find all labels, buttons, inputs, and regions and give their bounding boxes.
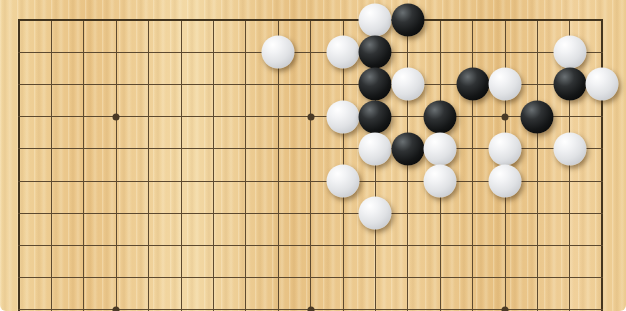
white-stone[interactable]	[424, 165, 457, 198]
grid-line-vertical	[116, 19, 117, 311]
white-stone[interactable]	[359, 4, 392, 37]
grid-line-vertical	[472, 19, 473, 311]
grid-line-vertical	[18, 19, 20, 311]
white-stone[interactable]	[327, 100, 360, 133]
grid-line-vertical	[245, 19, 246, 311]
black-stone[interactable]	[391, 4, 424, 37]
grid-line-vertical	[213, 19, 214, 311]
black-stone[interactable]	[359, 100, 392, 133]
white-stone[interactable]	[391, 68, 424, 101]
go-app-screen	[0, 0, 626, 311]
grid-line-horizontal	[18, 245, 603, 246]
go-board[interactable]	[0, 0, 626, 311]
black-stone[interactable]	[456, 68, 489, 101]
star-point	[307, 306, 314, 311]
grid-line-horizontal	[18, 19, 603, 21]
grid-line-horizontal	[18, 277, 603, 278]
white-stone[interactable]	[327, 36, 360, 69]
white-stone[interactable]	[553, 36, 586, 69]
white-stone[interactable]	[359, 132, 392, 165]
grid-line-vertical	[148, 19, 149, 311]
star-point	[113, 113, 120, 120]
grid-line-horizontal	[18, 52, 603, 53]
star-point	[502, 306, 509, 311]
grid-line-vertical	[83, 19, 84, 311]
black-stone[interactable]	[359, 36, 392, 69]
black-stone[interactable]	[359, 68, 392, 101]
white-stone[interactable]	[262, 36, 295, 69]
star-point	[502, 113, 509, 120]
black-stone[interactable]	[521, 100, 554, 133]
white-stone[interactable]	[327, 165, 360, 198]
grid-line-horizontal	[18, 213, 603, 214]
white-stone[interactable]	[424, 132, 457, 165]
star-point	[307, 113, 314, 120]
black-stone[interactable]	[553, 68, 586, 101]
grid-line-vertical	[601, 19, 603, 311]
white-stone[interactable]	[489, 68, 522, 101]
grid-line-vertical	[310, 19, 311, 311]
white-stone[interactable]	[489, 132, 522, 165]
grid-line-vertical	[537, 19, 538, 311]
black-stone[interactable]	[424, 100, 457, 133]
white-stone[interactable]	[586, 68, 619, 101]
black-stone[interactable]	[391, 132, 424, 165]
star-point	[113, 306, 120, 311]
white-stone[interactable]	[553, 132, 586, 165]
white-stone[interactable]	[359, 197, 392, 230]
grid-line-vertical	[181, 19, 182, 311]
grid-line-vertical	[51, 19, 52, 311]
white-stone[interactable]	[489, 165, 522, 198]
